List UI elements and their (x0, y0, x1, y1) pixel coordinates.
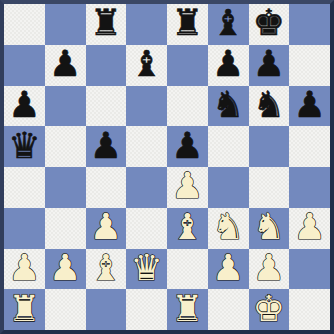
square-c8[interactable]: ♜ (86, 4, 127, 45)
square-d3[interactable] (126, 208, 167, 249)
white-pawn[interactable]: ♟ (171, 168, 203, 204)
square-b3[interactable] (45, 208, 86, 249)
square-h7[interactable] (289, 45, 330, 86)
black-pawn[interactable]: ♟ (49, 46, 81, 82)
square-a6[interactable]: ♟ (4, 86, 45, 127)
white-pawn[interactable]: ♟ (253, 250, 285, 286)
square-e5[interactable]: ♟ (167, 126, 208, 167)
square-h6[interactable]: ♟ (289, 86, 330, 127)
square-c6[interactable] (86, 86, 127, 127)
square-a5[interactable]: ♛ (4, 126, 45, 167)
square-e8[interactable]: ♜ (167, 4, 208, 45)
white-king[interactable]: ♚ (253, 291, 285, 327)
square-c7[interactable] (86, 45, 127, 86)
square-a7[interactable] (4, 45, 45, 86)
square-c5[interactable]: ♟ (86, 126, 127, 167)
square-b8[interactable] (45, 4, 86, 45)
square-a8[interactable] (4, 4, 45, 45)
square-b6[interactable] (45, 86, 86, 127)
square-f1[interactable] (208, 289, 249, 330)
white-bishop[interactable]: ♝ (171, 209, 203, 245)
white-pawn[interactable]: ♟ (293, 209, 325, 245)
white-bishop[interactable]: ♝ (90, 250, 122, 286)
square-f8[interactable]: ♝ (208, 4, 249, 45)
chess-board-container: ♜♜♝♚♟♝♟♟♟♞♞♟♛♟♟♟♟♝♞♞♟♟♟♝♛♟♟♜♜♚ (0, 0, 334, 334)
black-pawn[interactable]: ♟ (293, 87, 325, 123)
black-bishop[interactable]: ♝ (212, 5, 244, 41)
black-queen[interactable]: ♛ (8, 128, 40, 164)
square-h4[interactable] (289, 167, 330, 208)
square-f6[interactable]: ♞ (208, 86, 249, 127)
square-c3[interactable]: ♟ (86, 208, 127, 249)
black-bishop[interactable]: ♝ (130, 46, 162, 82)
square-d4[interactable] (126, 167, 167, 208)
chess-board: ♜♜♝♚♟♝♟♟♟♞♞♟♛♟♟♟♟♝♞♞♟♟♟♝♛♟♟♜♜♚ (0, 0, 334, 334)
black-king[interactable]: ♚ (253, 5, 285, 41)
black-rook[interactable]: ♜ (171, 5, 203, 41)
square-e7[interactable] (167, 45, 208, 86)
white-pawn[interactable]: ♟ (90, 209, 122, 245)
white-pawn[interactable]: ♟ (212, 250, 244, 286)
square-e2[interactable] (167, 249, 208, 290)
square-a3[interactable] (4, 208, 45, 249)
black-pawn[interactable]: ♟ (90, 128, 122, 164)
square-g6[interactable]: ♞ (249, 86, 290, 127)
square-h5[interactable] (289, 126, 330, 167)
black-rook[interactable]: ♜ (90, 5, 122, 41)
black-pawn[interactable]: ♟ (253, 46, 285, 82)
square-e6[interactable] (167, 86, 208, 127)
square-a1[interactable]: ♜ (4, 289, 45, 330)
square-b4[interactable] (45, 167, 86, 208)
square-f3[interactable]: ♞ (208, 208, 249, 249)
square-d5[interactable] (126, 126, 167, 167)
white-rook[interactable]: ♜ (171, 291, 203, 327)
square-h8[interactable] (289, 4, 330, 45)
square-e3[interactable]: ♝ (167, 208, 208, 249)
white-knight[interactable]: ♞ (253, 209, 285, 245)
square-c1[interactable] (86, 289, 127, 330)
square-g8[interactable]: ♚ (249, 4, 290, 45)
square-a2[interactable]: ♟ (4, 249, 45, 290)
square-b1[interactable] (45, 289, 86, 330)
square-b5[interactable] (45, 126, 86, 167)
white-pawn[interactable]: ♟ (49, 250, 81, 286)
square-g7[interactable]: ♟ (249, 45, 290, 86)
square-g4[interactable] (249, 167, 290, 208)
square-b2[interactable]: ♟ (45, 249, 86, 290)
white-pawn[interactable]: ♟ (8, 250, 40, 286)
square-f7[interactable]: ♟ (208, 45, 249, 86)
square-a4[interactable] (4, 167, 45, 208)
white-rook[interactable]: ♜ (8, 291, 40, 327)
square-c2[interactable]: ♝ (86, 249, 127, 290)
square-h2[interactable] (289, 249, 330, 290)
square-h1[interactable] (289, 289, 330, 330)
square-e1[interactable]: ♜ (167, 289, 208, 330)
square-d2[interactable]: ♛ (126, 249, 167, 290)
black-pawn[interactable]: ♟ (8, 87, 40, 123)
black-pawn[interactable]: ♟ (212, 46, 244, 82)
square-f4[interactable] (208, 167, 249, 208)
black-knight[interactable]: ♞ (253, 87, 285, 123)
white-queen[interactable]: ♛ (130, 250, 162, 286)
white-knight[interactable]: ♞ (212, 209, 244, 245)
square-b7[interactable]: ♟ (45, 45, 86, 86)
square-g1[interactable]: ♚ (249, 289, 290, 330)
square-d8[interactable] (126, 4, 167, 45)
square-d6[interactable] (126, 86, 167, 127)
square-d1[interactable] (126, 289, 167, 330)
square-g3[interactable]: ♞ (249, 208, 290, 249)
black-knight[interactable]: ♞ (212, 87, 244, 123)
square-g2[interactable]: ♟ (249, 249, 290, 290)
square-d7[interactable]: ♝ (126, 45, 167, 86)
square-h3[interactable]: ♟ (289, 208, 330, 249)
square-g5[interactable] (249, 126, 290, 167)
black-pawn[interactable]: ♟ (171, 128, 203, 164)
square-f5[interactable] (208, 126, 249, 167)
square-f2[interactable]: ♟ (208, 249, 249, 290)
square-e4[interactable]: ♟ (167, 167, 208, 208)
square-c4[interactable] (86, 167, 127, 208)
